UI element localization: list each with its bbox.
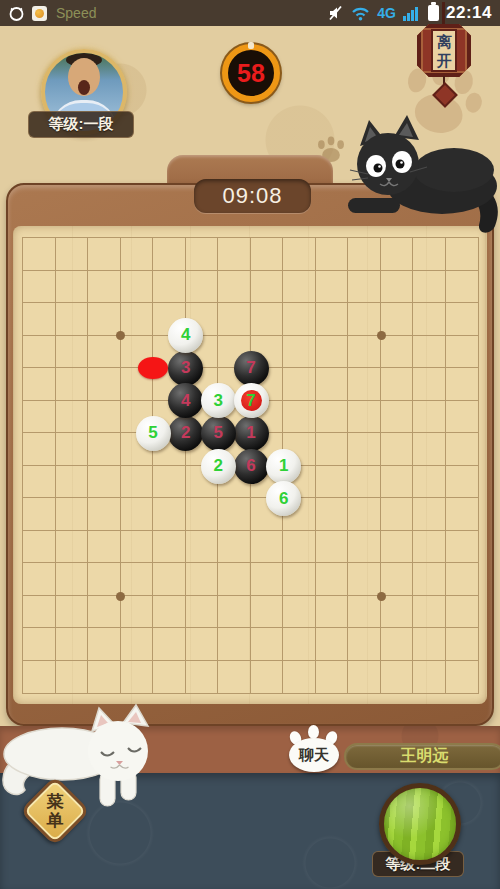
stone-black-3: 3 (168, 351, 203, 386)
stone-white-3: 3 (201, 383, 236, 418)
stone-white-6: 6 (266, 481, 301, 516)
move-timer-seconds: 58 (237, 59, 265, 88)
carrier-text: Speed (56, 5, 96, 21)
app-icon (32, 6, 47, 21)
paw-toe (308, 725, 319, 739)
stone-black-2: 2 (168, 416, 203, 451)
move-number: 7 (246, 358, 255, 378)
game-clock: 09:08 (194, 179, 311, 213)
stone-white-4: 4 (168, 318, 203, 353)
top-player-level-badge: 等级:一段 (28, 111, 134, 138)
game-clock-time: 09:08 (222, 183, 282, 209)
board: 12345671234567 (13, 226, 487, 704)
move-number: 4 (181, 391, 190, 411)
app-screen: Speed 4G 22:14 (0, 0, 500, 889)
opponent-name-bar: 王明远 (344, 743, 500, 770)
pendant-tassel (432, 82, 457, 107)
menu-button-label: 菜 单 (22, 778, 88, 844)
move-number: 3 (214, 391, 223, 411)
alarm-icon (8, 5, 25, 22)
bottom-player-avatar[interactable] (379, 783, 461, 865)
leave-button-label: 离 开 (431, 29, 457, 72)
stone-black-1: 1 (234, 416, 269, 451)
stone-white-1: 1 (266, 449, 301, 484)
star-point (116, 592, 125, 601)
wifi-icon (351, 6, 370, 21)
stones-overlay: 12345671234567 (13, 226, 487, 704)
chat-button[interactable]: 聊天 (286, 724, 342, 774)
chat-button-label: 聊天 (289, 738, 339, 772)
move-number: 1 (279, 456, 288, 476)
stone-black-4: 4 (168, 383, 203, 418)
opponent-name-text: 王明远 (401, 746, 449, 767)
star-point (116, 331, 125, 340)
move-number: 6 (279, 489, 288, 509)
stone-white-2: 2 (201, 449, 236, 484)
top-player-level-text: 等级:一段 (49, 115, 114, 134)
star-point (377, 592, 386, 601)
move-number: 2 (214, 456, 223, 476)
move-number: 5 (148, 423, 157, 443)
leave-button[interactable]: 离 开 (414, 2, 474, 104)
stone-white-5: 5 (136, 416, 171, 451)
red-dot-marker (138, 357, 168, 379)
move-timer-circle: 58 (222, 44, 280, 102)
star-point (377, 331, 386, 340)
move-number: 4 (181, 325, 190, 345)
stone-black-7: 7 (234, 351, 269, 386)
mute-icon (328, 5, 344, 21)
move-number: 6 (246, 456, 255, 476)
network-type-label: 4G (377, 5, 396, 21)
move-number: 5 (214, 423, 223, 443)
black-cat-decoration (330, 112, 500, 237)
move-number: 7 (246, 391, 255, 411)
stone-black-5: 5 (201, 416, 236, 451)
board-frame: 12345671234567 (6, 183, 494, 726)
move-number: 3 (181, 358, 190, 378)
move-number: 1 (246, 423, 255, 443)
stone-white-7: 7 (234, 383, 269, 418)
pendant-string (442, 2, 445, 26)
menu-button[interactable]: 菜 单 (22, 778, 88, 844)
stone-black-6: 6 (234, 449, 269, 484)
move-number: 2 (181, 423, 190, 443)
